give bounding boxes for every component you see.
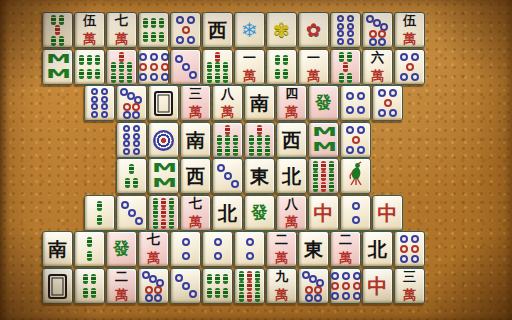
tile-b6[interactable]	[202, 268, 233, 304]
bamboo-pip	[283, 55, 288, 65]
bamboo-pip	[95, 69, 100, 79]
dot-pip	[346, 146, 354, 154]
pip-row	[97, 201, 102, 211]
dot-pip	[342, 292, 350, 300]
tile-w2[interactable]: 二萬	[106, 268, 137, 304]
dot-pip	[161, 73, 169, 81]
dot-pip	[91, 103, 98, 110]
bamboo-pip	[87, 55, 92, 65]
character-tile-face: 伍萬	[403, 12, 416, 48]
wind-character: 西	[282, 131, 301, 150]
pip-row	[153, 208, 174, 218]
tile-b7[interactable]	[212, 122, 243, 158]
wan-character: 萬	[403, 286, 416, 304]
pip-face	[149, 196, 178, 230]
dot-pip	[123, 103, 131, 111]
tile-d3[interactable]	[170, 268, 201, 304]
game-board: 伍萬七萬西❄✾✿伍萬MM一萬一萬六萬三萬八萬南四萬發南西MMMM西東北七萬北發八…	[0, 0, 512, 320]
tile-w[interactable]: 西	[202, 12, 233, 48]
pip-row	[207, 288, 228, 298]
wind-character: 北	[282, 167, 301, 186]
dot-pip	[357, 126, 365, 134]
pip-face	[213, 123, 242, 157]
dot-pip	[337, 30, 344, 37]
character-tile-face: 七萬	[147, 231, 160, 267]
bamboo-pip	[255, 281, 260, 291]
bamboo-pip	[223, 73, 228, 83]
pip-row	[400, 53, 419, 61]
pip-row	[91, 96, 108, 103]
tile-b6[interactable]	[138, 12, 169, 48]
bamboo-pip	[151, 32, 156, 42]
pip-row	[400, 73, 419, 81]
bamboo-eight-icon: MM	[43, 50, 72, 84]
tile-b8[interactable]: MM	[42, 49, 73, 85]
dot-pip	[150, 53, 158, 61]
pip-row	[346, 92, 365, 100]
tile-b7[interactable]	[244, 122, 275, 158]
dot-pip	[378, 30, 386, 38]
bamboo-pip	[347, 73, 352, 83]
pip-row	[87, 251, 92, 261]
tile-d5[interactable]	[340, 122, 371, 158]
tile-rd[interactable]: 中	[308, 195, 339, 231]
pip-face	[364, 14, 391, 46]
dot-pip	[175, 274, 183, 282]
bamboo-pip	[143, 18, 148, 28]
wan-numeral: 伍	[403, 12, 416, 30]
pip-row	[249, 135, 270, 145]
tile-rd[interactable]: 中	[362, 268, 393, 304]
tile-w2[interactable]: 二萬	[330, 231, 361, 267]
bamboo-pip	[257, 135, 262, 145]
character-tile-face: 三萬	[189, 85, 202, 121]
dot-pip	[378, 38, 386, 46]
pip-row	[331, 272, 361, 280]
bamboo-pip	[207, 274, 212, 284]
tile-b9[interactable]	[148, 195, 179, 231]
pip-face	[300, 270, 327, 302]
tile-b2[interactable]	[84, 195, 115, 231]
tile-d5[interactable]	[372, 85, 403, 121]
bamboo-pip	[225, 146, 230, 156]
dot-pip	[378, 89, 386, 97]
bamboo-pip	[215, 73, 220, 83]
bamboo-pip	[91, 274, 96, 284]
pip-face	[171, 232, 200, 266]
pip-row	[143, 32, 164, 42]
dot-pip	[175, 55, 183, 63]
dot-pip	[189, 71, 197, 79]
dot-pip	[357, 146, 365, 154]
pip-row	[346, 126, 365, 134]
dot-pip	[123, 133, 130, 140]
tile-f-snow[interactable]: ❄	[234, 12, 265, 48]
bamboo-pip	[239, 271, 244, 281]
pip-row	[331, 282, 361, 290]
bamboo-chevron-row: M	[152, 163, 175, 174]
bamboo-pip	[339, 52, 344, 62]
tile-w8[interactable]: 八萬	[276, 195, 307, 231]
dot-pip	[121, 201, 129, 209]
dot-pip	[139, 63, 147, 71]
wan-numeral: 一	[243, 49, 256, 67]
pip-row	[176, 16, 195, 24]
dot-pip	[217, 164, 225, 172]
bamboo-pip	[249, 146, 254, 156]
tile-d9[interactable]	[138, 49, 169, 85]
tile-b7[interactable]	[202, 49, 233, 85]
tile-b3[interactable]	[116, 158, 147, 194]
bamboo-pip	[161, 198, 166, 208]
dot-pip	[176, 16, 184, 24]
pip-row	[207, 73, 228, 83]
tile-w3[interactable]: 三萬	[394, 268, 425, 304]
pip-row	[51, 36, 64, 46]
tile-b8[interactable]: MM	[308, 122, 339, 158]
pip-row	[111, 62, 132, 72]
dot-pip	[352, 216, 360, 224]
bamboo-pip	[233, 146, 238, 156]
tile-d8[interactable]	[84, 85, 115, 121]
dot-pip	[389, 109, 397, 117]
pip-face	[373, 86, 402, 120]
dot-pip	[342, 282, 350, 290]
dot-pip	[182, 252, 190, 260]
pip-row	[337, 30, 354, 37]
tile-wd[interactable]	[42, 268, 73, 304]
bamboo-pip	[207, 288, 212, 298]
tile-e[interactable]: 東	[244, 158, 275, 194]
pip-row	[91, 111, 108, 118]
pip-face	[139, 13, 168, 47]
tile-d7[interactable]	[362, 12, 393, 48]
tile-d5[interactable]	[394, 49, 425, 85]
tile-w[interactable]: 西	[276, 122, 307, 158]
pip-row	[313, 161, 334, 171]
tile-f-rose[interactable]: ✿	[298, 12, 329, 48]
dot-pip	[187, 36, 195, 44]
dot-pip	[357, 92, 365, 100]
wan-character: 萬	[243, 67, 256, 85]
dot-pip	[187, 16, 195, 24]
tile-d3[interactable]	[212, 158, 243, 194]
bamboo-pip	[329, 171, 334, 181]
pip-row	[55, 25, 60, 35]
dot-pip	[145, 294, 153, 302]
tile-w3[interactable]: 三萬	[180, 85, 211, 121]
pip-row	[400, 245, 419, 253]
tile-d7[interactable]	[298, 268, 329, 304]
tile-w8[interactable]: 八萬	[212, 85, 243, 121]
tile-f-sun[interactable]: ✾	[266, 12, 297, 48]
bamboo-pip	[257, 125, 262, 135]
character-tile-face: 一萬	[243, 49, 256, 85]
tile-b9[interactable]	[308, 158, 339, 194]
bamboo-pip	[125, 178, 130, 188]
tile-w5[interactable]: 伍萬	[74, 12, 105, 48]
dot-pip	[231, 180, 239, 188]
bamboo-pip	[265, 146, 270, 156]
tile-s[interactable]: 南	[244, 85, 275, 121]
pip-row	[87, 237, 92, 247]
dot-pip	[139, 73, 147, 81]
tile-d5[interactable]	[170, 12, 201, 48]
pip-face	[118, 87, 145, 119]
tile-d2[interactable]	[234, 231, 265, 267]
dot-pip	[337, 23, 344, 30]
tile-rd[interactable]: 中	[372, 195, 403, 231]
dot-pip	[406, 63, 414, 71]
tile-b8[interactable]: MM	[148, 158, 179, 194]
pip-row	[239, 292, 260, 302]
tile-d3[interactable]	[170, 49, 201, 85]
tile-n[interactable]: 北	[276, 158, 307, 194]
bamboo-pip	[97, 201, 102, 211]
pip-face	[341, 196, 370, 230]
tile-w7[interactable]: 七萬	[106, 12, 137, 48]
pip-face	[117, 123, 146, 157]
tile-d7[interactable]	[116, 85, 147, 121]
pip-face	[107, 50, 136, 84]
dot-pip	[161, 63, 169, 71]
tile-w4[interactable]: 四萬	[276, 85, 307, 121]
bamboo-pip	[55, 25, 60, 35]
pip-row	[139, 53, 169, 61]
pip-face	[172, 270, 199, 302]
wind-character: 南	[186, 131, 205, 150]
bamboo-pip	[79, 55, 84, 65]
dot-pip	[400, 53, 408, 61]
tile-b1[interactable]	[340, 158, 371, 194]
dot-pip	[91, 88, 98, 95]
pip-row	[79, 69, 100, 79]
bamboo-pip	[51, 15, 56, 25]
wan-numeral: 七	[115, 12, 128, 30]
pip-row	[378, 109, 397, 117]
bamboo-pip	[223, 288, 228, 298]
pip-row	[249, 146, 270, 156]
bamboo-pip	[119, 73, 124, 83]
wan-character: 萬	[147, 249, 160, 267]
tile-gd[interactable]: 發	[106, 231, 137, 267]
dot-pip	[347, 23, 354, 30]
tile-d2[interactable]	[340, 195, 371, 231]
dot-pip	[346, 126, 354, 134]
dot-pip	[331, 292, 339, 300]
pip-row	[143, 18, 164, 28]
wan-numeral: 三	[189, 85, 202, 103]
dot-pip	[246, 238, 254, 246]
tile-w5[interactable]: 伍萬	[394, 12, 425, 48]
wind-character: 東	[250, 167, 269, 186]
wan-numeral: 三	[403, 268, 416, 286]
pip-row	[337, 38, 354, 45]
wan-character: 萬	[275, 249, 288, 267]
tile-w1[interactable]: 一萬	[234, 49, 265, 85]
tile-w7[interactable]: 七萬	[180, 195, 211, 231]
pip-row	[97, 215, 102, 225]
bamboo-pip	[255, 292, 260, 302]
tile-e[interactable]: 東	[298, 231, 329, 267]
tile-n[interactable]: 北	[362, 231, 393, 267]
pip-face	[341, 86, 370, 120]
pip-face	[331, 269, 360, 303]
bamboo-pip	[159, 18, 164, 28]
tile-gd[interactable]: 發	[244, 195, 275, 231]
bamboo-pip	[313, 171, 318, 181]
bamboo-pip	[95, 55, 100, 65]
pip-row	[217, 146, 238, 156]
pip-row	[111, 73, 132, 83]
bamboo-pip	[347, 52, 352, 62]
bamboo-pip	[153, 208, 158, 218]
sunflower-icon: ✾	[273, 20, 290, 40]
dot-pip	[224, 172, 232, 180]
tile-b5[interactable]	[42, 12, 73, 48]
wan-character: 萬	[189, 103, 202, 121]
dot-pip	[91, 96, 98, 103]
tile-w9[interactable]: 九萬	[266, 268, 297, 304]
bamboo-chevron-row: M	[46, 69, 69, 80]
pip-row	[352, 202, 360, 210]
pip-row	[313, 171, 334, 181]
tile-w7[interactable]: 七萬	[138, 231, 169, 267]
bamboo-pip	[217, 146, 222, 156]
tile-w[interactable]: 西	[180, 158, 211, 194]
tile-b6[interactable]	[74, 49, 105, 85]
bamboo-pip	[275, 55, 280, 65]
pip-row	[343, 62, 348, 72]
dot-pip	[346, 106, 354, 114]
wind-character: 南	[48, 240, 67, 259]
tile-n[interactable]: 北	[212, 195, 243, 231]
bamboo-pip	[249, 135, 254, 145]
pip-row	[182, 238, 190, 246]
tile-d4[interactable]	[340, 85, 371, 121]
pip-face	[139, 50, 168, 84]
tile-b5[interactable]	[330, 49, 361, 85]
tile-w2[interactable]: 二萬	[266, 231, 297, 267]
bamboo-pip	[239, 292, 244, 302]
bamboo-pip	[133, 178, 138, 188]
character-tile-face: 七萬	[189, 195, 202, 231]
character-tile-face: 四萬	[285, 85, 298, 121]
tile-b9[interactable]	[234, 268, 265, 304]
dot-pip	[214, 252, 222, 260]
pip-row	[275, 69, 288, 79]
tile-d8[interactable]	[116, 122, 147, 158]
pip-face	[395, 50, 424, 84]
dot-pip	[154, 286, 162, 294]
green-dragon-character: 發	[316, 95, 332, 111]
tile-d9[interactable]	[330, 268, 361, 304]
tile-b2[interactable]	[74, 231, 105, 267]
pip-face	[214, 160, 241, 192]
bamboo-eight-icon: MM	[149, 159, 178, 193]
dot-pip	[150, 63, 158, 71]
bamboo-pip	[129, 164, 134, 174]
pip-row	[346, 146, 365, 154]
dot-pip	[369, 38, 377, 46]
tile-b4[interactable]	[266, 49, 297, 85]
tile-d2[interactable]	[170, 231, 201, 267]
tile-d8[interactable]	[330, 12, 361, 48]
bamboo-pip	[161, 208, 166, 218]
pip-face	[172, 51, 199, 83]
bamboo-pip	[207, 62, 212, 72]
dot-pip	[123, 125, 130, 132]
dot-pip	[150, 73, 158, 81]
pip-row	[339, 52, 352, 62]
bamboo-pip	[217, 135, 222, 145]
tile-s[interactable]: 南	[42, 231, 73, 267]
bamboo-pip	[161, 219, 166, 229]
pip-row	[139, 73, 169, 81]
wind-character: 南	[250, 94, 269, 113]
bamboo-pip	[343, 62, 348, 72]
tile-b4[interactable]	[74, 268, 105, 304]
pip-row	[239, 281, 260, 291]
tile-b7[interactable]	[106, 49, 137, 85]
pip-row	[176, 36, 195, 44]
pip-row	[123, 140, 140, 147]
tile-d6[interactable]	[394, 231, 425, 267]
tile-gd[interactable]: 發	[308, 85, 339, 121]
bamboo-pip	[111, 73, 116, 83]
wan-character: 萬	[221, 103, 234, 121]
tile-wd[interactable]	[148, 85, 179, 121]
pip-face	[395, 232, 424, 266]
pip-row	[215, 52, 220, 62]
tile-d1[interactable]	[148, 122, 179, 158]
pip-row	[123, 133, 140, 140]
bamboo-pip	[97, 215, 102, 225]
tile-d7[interactable]	[138, 268, 169, 304]
dot-pip	[135, 217, 143, 225]
tile-w1[interactable]: 一萬	[298, 49, 329, 85]
dot-pip	[101, 96, 108, 103]
tile-s[interactable]: 南	[180, 122, 211, 158]
bamboo-chevron-row: M	[312, 127, 335, 138]
bamboo-pip	[215, 274, 220, 284]
pip-face	[43, 13, 72, 47]
bamboo-pip	[51, 36, 56, 46]
bamboo-pip	[111, 62, 116, 72]
bamboo-pip	[247, 281, 252, 291]
tile-d2[interactable]	[202, 231, 233, 267]
pip-row	[384, 99, 392, 107]
rose-icon: ✿	[306, 21, 321, 39]
dot-pip	[352, 136, 360, 144]
pip-row	[91, 103, 108, 110]
wan-numeral: 二	[275, 231, 288, 249]
wind-character: 北	[218, 204, 237, 223]
pip-face	[331, 50, 360, 84]
pip-row	[119, 52, 124, 62]
dot-pip	[182, 26, 190, 34]
pip-face	[75, 50, 104, 84]
pip-row	[83, 274, 96, 284]
tile-w6[interactable]: 六萬	[362, 49, 393, 85]
character-tile-face: 三萬	[403, 268, 416, 304]
bamboo-one-bird-icon	[346, 161, 366, 191]
wan-numeral: 四	[285, 85, 298, 103]
character-tile-face: 六萬	[371, 49, 384, 85]
wan-character: 萬	[115, 286, 128, 304]
dot-pip	[331, 272, 339, 280]
tile-d3[interactable]	[116, 195, 147, 231]
